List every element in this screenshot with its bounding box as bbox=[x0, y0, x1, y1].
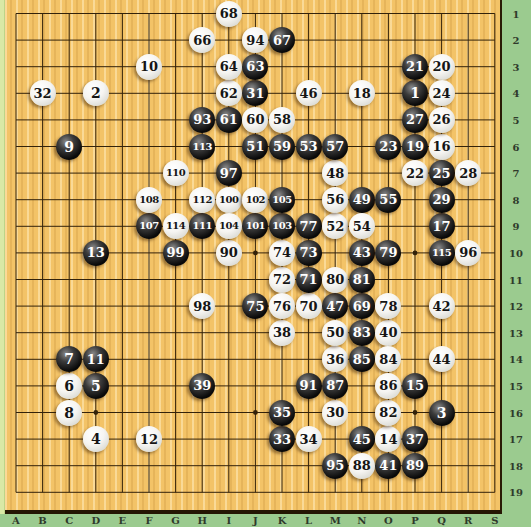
row-label-10: 10 bbox=[503, 247, 529, 258]
stone-black-15: 15 bbox=[402, 373, 428, 399]
stone-white-6: 6 bbox=[56, 373, 82, 399]
stone-black-69: 69 bbox=[349, 293, 375, 319]
stone-white-38: 38 bbox=[269, 320, 295, 346]
stone-white-72: 72 bbox=[269, 267, 295, 293]
stone-black-39: 39 bbox=[189, 373, 215, 399]
go-diagram-page: { "game": "go", "diagram": { "descriptio… bbox=[0, 0, 531, 527]
col-label-L: L bbox=[305, 515, 312, 526]
star-point bbox=[413, 251, 418, 256]
col-label-J: J bbox=[253, 515, 258, 526]
stone-black-85: 85 bbox=[349, 346, 375, 372]
stone-black-33: 33 bbox=[269, 426, 295, 452]
star-point bbox=[253, 251, 258, 256]
star-point bbox=[253, 410, 258, 415]
row-label-6: 6 bbox=[503, 141, 529, 152]
stone-white-34: 34 bbox=[296, 426, 322, 452]
stone-white-82: 82 bbox=[375, 400, 401, 426]
row-label-1: 1 bbox=[503, 8, 529, 19]
stone-white-18: 18 bbox=[349, 80, 375, 106]
stone-black-17: 17 bbox=[429, 213, 455, 239]
stone-black-63: 63 bbox=[242, 54, 268, 80]
stone-black-87: 87 bbox=[322, 373, 348, 399]
col-label-E: E bbox=[119, 515, 127, 526]
row-label-11: 11 bbox=[503, 274, 529, 285]
col-label-N: N bbox=[357, 515, 366, 526]
stone-black-73: 73 bbox=[296, 240, 322, 266]
stone-white-42: 42 bbox=[429, 293, 455, 319]
stone-white-16: 16 bbox=[429, 134, 455, 160]
row-label-12: 12 bbox=[503, 301, 529, 312]
stone-black-11: 11 bbox=[83, 346, 109, 372]
stone-black-21: 21 bbox=[402, 54, 428, 80]
row-label-14: 14 bbox=[503, 354, 529, 365]
stone-white-26: 26 bbox=[429, 107, 455, 133]
stone-white-100: 100 bbox=[216, 187, 242, 213]
stone-black-51: 51 bbox=[242, 134, 268, 160]
row-label-7: 7 bbox=[503, 168, 529, 179]
stone-black-3: 3 bbox=[429, 400, 455, 426]
row-label-5: 5 bbox=[503, 114, 529, 125]
stone-white-40: 40 bbox=[375, 320, 401, 346]
stone-white-68: 68 bbox=[216, 1, 242, 27]
col-label-A: A bbox=[12, 515, 20, 526]
col-label-O: O bbox=[384, 515, 393, 526]
stone-black-5: 5 bbox=[83, 373, 109, 399]
stone-black-41: 41 bbox=[375, 453, 401, 479]
stone-white-44: 44 bbox=[429, 346, 455, 372]
stone-white-114: 114 bbox=[163, 213, 189, 239]
stone-white-70: 70 bbox=[296, 293, 322, 319]
stone-black-13: 13 bbox=[83, 240, 109, 266]
row-label-13: 13 bbox=[503, 327, 529, 338]
row-label-8: 8 bbox=[503, 194, 529, 205]
row-label-16: 16 bbox=[503, 407, 529, 418]
stone-black-105: 105 bbox=[269, 187, 295, 213]
stone-black-55: 55 bbox=[375, 187, 401, 213]
stone-black-89: 89 bbox=[402, 453, 428, 479]
col-label-P: P bbox=[411, 515, 419, 526]
col-label-M: M bbox=[330, 515, 341, 526]
stone-white-30: 30 bbox=[322, 400, 348, 426]
stone-white-56: 56 bbox=[322, 187, 348, 213]
col-label-I: I bbox=[226, 515, 231, 526]
stone-white-22: 22 bbox=[402, 160, 428, 186]
col-label-H: H bbox=[197, 515, 206, 526]
col-label-Q: Q bbox=[437, 515, 446, 526]
stone-black-37: 37 bbox=[402, 426, 428, 452]
stone-white-10: 10 bbox=[136, 54, 162, 80]
stone-white-90: 90 bbox=[216, 240, 242, 266]
stone-black-91: 91 bbox=[296, 373, 322, 399]
stone-white-12: 12 bbox=[136, 426, 162, 452]
stone-black-49: 49 bbox=[349, 187, 375, 213]
row-label-19: 19 bbox=[503, 487, 529, 498]
col-label-C: C bbox=[65, 515, 73, 526]
stone-white-74: 74 bbox=[269, 240, 295, 266]
goban[interactable]: 1234567891011121314151617181920212223242… bbox=[5, 0, 502, 514]
stone-black-77: 77 bbox=[296, 213, 322, 239]
stone-white-58: 58 bbox=[269, 107, 295, 133]
stone-black-25: 25 bbox=[429, 160, 455, 186]
col-label-D: D bbox=[91, 515, 100, 526]
stone-black-97: 97 bbox=[216, 160, 242, 186]
stone-white-2: 2 bbox=[83, 80, 109, 106]
stone-black-61: 61 bbox=[216, 107, 242, 133]
stone-black-71: 71 bbox=[296, 267, 322, 293]
stone-black-45: 45 bbox=[349, 426, 375, 452]
stone-black-19: 19 bbox=[402, 134, 428, 160]
stone-white-8: 8 bbox=[56, 400, 82, 426]
stone-white-96: 96 bbox=[455, 240, 481, 266]
stone-black-93: 93 bbox=[189, 107, 215, 133]
stone-white-76: 76 bbox=[269, 293, 295, 319]
stone-white-62: 62 bbox=[216, 80, 242, 106]
col-label-G: G bbox=[171, 515, 180, 526]
row-label-17: 17 bbox=[503, 434, 529, 445]
stone-white-46: 46 bbox=[296, 80, 322, 106]
stone-white-24: 24 bbox=[429, 80, 455, 106]
stone-white-32: 32 bbox=[30, 80, 56, 106]
stone-black-35: 35 bbox=[269, 400, 295, 426]
row-label-3: 3 bbox=[503, 61, 529, 72]
stone-white-50: 50 bbox=[322, 320, 348, 346]
stone-black-81: 81 bbox=[349, 267, 375, 293]
stone-white-104: 104 bbox=[216, 213, 242, 239]
col-label-B: B bbox=[38, 515, 46, 526]
stone-black-23: 23 bbox=[375, 134, 401, 160]
stone-white-54: 54 bbox=[349, 213, 375, 239]
stone-white-88: 88 bbox=[349, 453, 375, 479]
stone-black-113: 113 bbox=[189, 134, 215, 160]
stone-black-57: 57 bbox=[322, 134, 348, 160]
stone-black-115: 115 bbox=[429, 240, 455, 266]
stone-white-64: 64 bbox=[216, 54, 242, 80]
col-label-K: K bbox=[278, 515, 287, 526]
column-label-strip bbox=[0, 514, 531, 527]
row-label-18: 18 bbox=[503, 460, 529, 471]
col-label-F: F bbox=[145, 515, 152, 526]
stone-white-20: 20 bbox=[429, 54, 455, 80]
star-point bbox=[93, 410, 98, 415]
stone-black-99: 99 bbox=[163, 240, 189, 266]
stone-black-95: 95 bbox=[322, 453, 348, 479]
stone-black-27: 27 bbox=[402, 107, 428, 133]
stone-white-102: 102 bbox=[242, 187, 268, 213]
stone-white-112: 112 bbox=[189, 187, 215, 213]
stone-black-9: 9 bbox=[56, 134, 82, 160]
row-label-4: 4 bbox=[503, 88, 529, 99]
star-point bbox=[413, 410, 418, 415]
col-label-S: S bbox=[491, 515, 498, 526]
stone-black-59: 59 bbox=[269, 134, 295, 160]
col-label-R: R bbox=[464, 515, 472, 526]
stone-black-43: 43 bbox=[349, 240, 375, 266]
row-label-9: 9 bbox=[503, 221, 529, 232]
stone-black-53: 53 bbox=[296, 134, 322, 160]
row-label-2: 2 bbox=[503, 35, 529, 46]
stone-white-80: 80 bbox=[322, 267, 348, 293]
stone-white-110: 110 bbox=[163, 160, 189, 186]
stone-black-67: 67 bbox=[269, 27, 295, 53]
stone-white-108: 108 bbox=[136, 187, 162, 213]
stone-white-4: 4 bbox=[83, 426, 109, 452]
stone-black-29: 29 bbox=[429, 187, 455, 213]
row-label-15: 15 bbox=[503, 380, 529, 391]
stone-black-83: 83 bbox=[349, 320, 375, 346]
